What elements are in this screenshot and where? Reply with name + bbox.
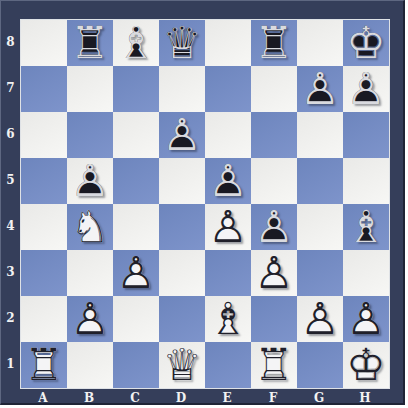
piece-black-pawn[interactable]: ♟♙ [343,66,389,112]
piece-white-queen[interactable]: ♛♕ [159,342,205,388]
piece-black-pawn[interactable]: ♟♙ [297,66,343,112]
black-pawn-glyph: ♟ [297,66,343,112]
piece-black-king[interactable]: ♚♔ [343,20,389,66]
square-d1[interactable]: ♛♕ [159,342,205,388]
square-f5[interactable] [251,158,297,204]
square-f2[interactable] [251,296,297,342]
square-g1[interactable] [297,342,343,388]
square-a3[interactable] [21,250,67,296]
piece-black-bishop[interactable]: ♝♗ [343,204,389,250]
piece-black-rook[interactable]: ♜♖ [251,20,297,66]
square-h2[interactable]: ♟♙ [343,296,389,342]
black-pawn-glyph: ♟ [67,158,113,204]
white-pawn-glyph: ♟ [67,296,113,342]
black-bishop-detail-lines: ♗ [113,20,159,66]
file-label-d: D [158,390,204,405]
square-d7[interactable] [159,66,205,112]
square-d6[interactable]: ♟♙ [159,112,205,158]
rank-label-5: 5 [1,157,20,203]
square-d5[interactable] [159,158,205,204]
square-b8[interactable]: ♜♖ [67,20,113,66]
rank-label-4: 4 [1,203,20,249]
rank-label-2: 2 [1,295,20,341]
square-c7[interactable] [113,66,159,112]
white-rook-glyph: ♜ [21,342,67,388]
black-pawn-detail-lines: ♙ [205,158,251,204]
square-a2[interactable] [21,296,67,342]
square-d8[interactable]: ♛♕ [159,20,205,66]
square-g7[interactable]: ♟♙ [297,66,343,112]
white-queen-detail-lines: ♕ [159,342,205,388]
square-b1[interactable] [67,342,113,388]
black-pawn-detail-lines: ♙ [67,158,113,204]
black-queen-glyph: ♛ [159,20,205,66]
black-rook-detail-lines: ♖ [251,20,297,66]
piece-black-pawn[interactable]: ♟♙ [159,112,205,158]
square-c6[interactable] [113,112,159,158]
black-rook-detail-lines: ♖ [67,20,113,66]
square-h5[interactable] [343,158,389,204]
square-h6[interactable] [343,112,389,158]
black-pawn-glyph: ♟ [343,66,389,112]
white-bishop-glyph: ♝ [205,296,251,342]
square-b3[interactable] [67,250,113,296]
piece-white-bishop[interactable]: ♝♗ [205,296,251,342]
square-g5[interactable] [297,158,343,204]
square-c8[interactable]: ♝♗ [113,20,159,66]
square-e3[interactable] [205,250,251,296]
square-g2[interactable]: ♟♙ [297,296,343,342]
rank-label-3: 3 [1,249,20,295]
black-rook-glyph: ♜ [67,20,113,66]
square-b5[interactable]: ♟♙ [67,158,113,204]
white-king-glyph: ♚ [343,342,389,388]
square-a8[interactable] [21,20,67,66]
rank-label-6: 6 [1,111,20,157]
white-queen-glyph: ♛ [159,342,205,388]
white-rook-glyph: ♜ [251,342,297,388]
square-c3[interactable]: ♟♙ [113,250,159,296]
square-f8[interactable]: ♜♖ [251,20,297,66]
square-a7[interactable] [21,66,67,112]
white-pawn-detail-lines: ♙ [251,250,297,296]
piece-white-king[interactable]: ♚♔ [343,342,389,388]
black-pawn-detail-lines: ♙ [251,204,297,250]
black-bishop-detail-lines: ♗ [343,204,389,250]
white-pawn-detail-lines: ♙ [205,204,251,250]
square-d4[interactable] [159,204,205,250]
square-c1[interactable] [113,342,159,388]
black-pawn-detail-lines: ♙ [297,66,343,112]
piece-white-pawn[interactable]: ♟♙ [205,204,251,250]
square-e7[interactable] [205,66,251,112]
square-h8[interactable]: ♚♔ [343,20,389,66]
square-e2[interactable]: ♝♗ [205,296,251,342]
square-a5[interactable] [21,158,67,204]
square-f4[interactable]: ♟♙ [251,204,297,250]
piece-white-rook[interactable]: ♜♖ [251,342,297,388]
white-pawn-detail-lines: ♙ [297,296,343,342]
square-g6[interactable] [297,112,343,158]
file-label-b: B [66,390,112,405]
square-h4[interactable]: ♝♗ [343,204,389,250]
black-king-detail-lines: ♔ [343,20,389,66]
file-label-f: F [250,390,296,405]
white-pawn-glyph: ♟ [205,204,251,250]
square-a6[interactable] [21,112,67,158]
piece-black-pawn[interactable]: ♟♙ [251,204,297,250]
white-pawn-detail-lines: ♙ [113,250,159,296]
square-b2[interactable]: ♟♙ [67,296,113,342]
white-pawn-glyph: ♟ [113,250,159,296]
piece-black-pawn[interactable]: ♟♙ [205,158,251,204]
piece-black-rook[interactable]: ♜♖ [67,20,113,66]
white-pawn-glyph: ♟ [251,250,297,296]
square-a4[interactable] [21,204,67,250]
white-pawn-glyph: ♟ [343,296,389,342]
white-king-detail-lines: ♔ [343,342,389,388]
white-rook-detail-lines: ♖ [251,342,297,388]
square-c4[interactable] [113,204,159,250]
white-knight-glyph: ♞ [67,204,113,250]
white-pawn-glyph: ♟ [297,296,343,342]
square-e8[interactable] [205,20,251,66]
square-f7[interactable] [251,66,297,112]
square-g3[interactable] [297,250,343,296]
square-h7[interactable]: ♟♙ [343,66,389,112]
square-g8[interactable] [297,20,343,66]
file-label-h: H [342,390,388,405]
piece-black-bishop[interactable]: ♝♗ [113,20,159,66]
file-label-a: A [20,390,66,405]
square-e4[interactable]: ♟♙ [205,204,251,250]
black-king-glyph: ♚ [343,20,389,66]
black-pawn-glyph: ♟ [159,112,205,158]
square-b7[interactable] [67,66,113,112]
rank-label-1: 1 [1,341,20,387]
square-c5[interactable] [113,158,159,204]
square-d2[interactable] [159,296,205,342]
square-e1[interactable] [205,342,251,388]
black-rook-glyph: ♜ [251,20,297,66]
file-label-e: E [204,390,250,405]
white-pawn-detail-lines: ♙ [67,296,113,342]
square-a1[interactable]: ♜♖ [21,342,67,388]
black-bishop-glyph: ♝ [113,20,159,66]
piece-white-rook[interactable]: ♜♖ [21,342,67,388]
piece-white-pawn[interactable]: ♟♙ [251,250,297,296]
black-queen-detail-lines: ♕ [159,20,205,66]
square-f1[interactable]: ♜♖ [251,342,297,388]
square-b6[interactable] [67,112,113,158]
piece-white-knight[interactable]: ♞♘ [67,204,113,250]
piece-white-pawn[interactable]: ♟♙ [113,250,159,296]
square-g4[interactable] [297,204,343,250]
white-rook-detail-lines: ♖ [21,342,67,388]
piece-black-pawn[interactable]: ♟♙ [67,158,113,204]
square-b4[interactable]: ♞♘ [67,204,113,250]
square-c2[interactable] [113,296,159,342]
square-f3[interactable]: ♟♙ [251,250,297,296]
square-e6[interactable] [205,112,251,158]
file-label-c: C [112,390,158,405]
white-knight-detail-lines: ♘ [67,204,113,250]
black-pawn-glyph: ♟ [205,158,251,204]
square-h1[interactable]: ♚♔ [343,342,389,388]
square-d3[interactable] [159,250,205,296]
square-h3[interactable] [343,250,389,296]
white-pawn-detail-lines: ♙ [343,296,389,342]
rank-label-8: 8 [1,19,20,65]
piece-white-pawn[interactable]: ♟♙ [67,296,113,342]
piece-white-pawn[interactable]: ♟♙ [343,296,389,342]
black-pawn-glyph: ♟ [251,204,297,250]
square-e5[interactable]: ♟♙ [205,158,251,204]
white-bishop-detail-lines: ♗ [205,296,251,342]
black-pawn-detail-lines: ♙ [159,112,205,158]
square-f6[interactable] [251,112,297,158]
rank-label-7: 7 [1,65,20,111]
file-label-g: G [296,390,342,405]
piece-white-pawn[interactable]: ♟♙ [297,296,343,342]
chess-board-frame: ♜♖♝♗♛♕♜♖♚♔♟♙♟♙♟♙♟♙♟♙♞♘♟♙♟♙♝♗♟♙♟♙♟♙♝♗♟♙♟♙… [0,0,405,405]
black-bishop-glyph: ♝ [343,204,389,250]
chess-board: ♜♖♝♗♛♕♜♖♚♔♟♙♟♙♟♙♟♙♟♙♞♘♟♙♟♙♝♗♟♙♟♙♟♙♝♗♟♙♟♙… [20,19,390,389]
piece-black-queen[interactable]: ♛♕ [159,20,205,66]
black-pawn-detail-lines: ♙ [343,66,389,112]
